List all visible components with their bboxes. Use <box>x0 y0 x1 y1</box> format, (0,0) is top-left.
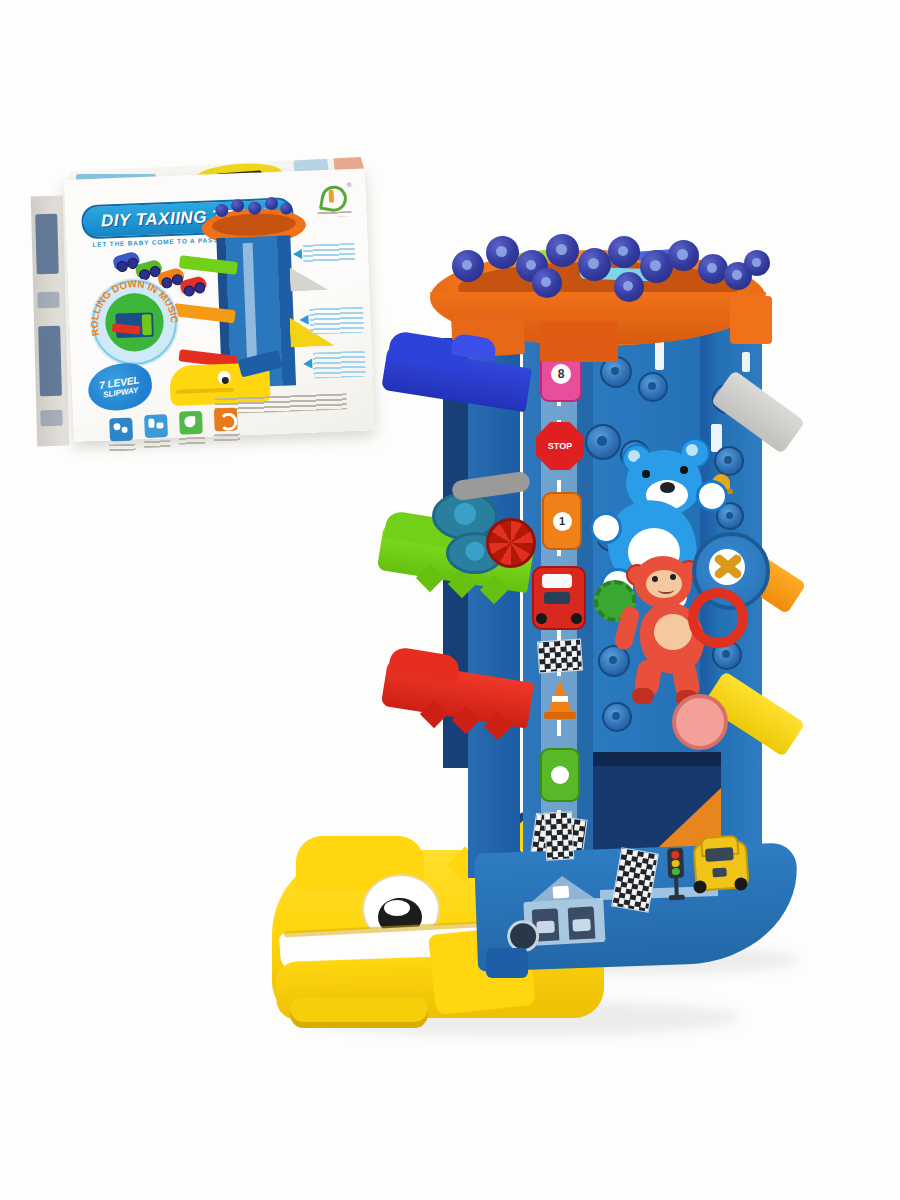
box-front-panel: ® DIY TAXIING TRACK LET THE BABY COME TO… <box>64 168 375 441</box>
checkered-flag-sticker-1 <box>537 639 583 674</box>
race-car-number-1: 1 <box>553 512 572 531</box>
traffic-light-sticker <box>663 848 689 901</box>
product-photo: ® DIY TAXIING TRACK LET THE BABY COME TO… <box>0 0 900 1200</box>
eco-safe-feature-icon <box>179 411 203 435</box>
checkered-strip-sticker <box>544 811 574 860</box>
race-car-number-8: 8 <box>551 364 571 384</box>
stop-sign-sticker: STOP <box>536 422 584 470</box>
red-car-sticker <box>532 566 586 630</box>
traffic-cone-sticker <box>542 680 578 720</box>
box-left-panel <box>31 196 70 447</box>
blocks-feature-icon <box>144 414 168 438</box>
garage-sticker <box>522 874 606 954</box>
salmon-disc <box>672 694 728 750</box>
orange-race-car-sticker: 1 <box>542 492 582 550</box>
duck-foot <box>290 998 428 1028</box>
red-ring-handle <box>688 588 748 648</box>
green-race-car-sticker <box>540 748 580 802</box>
music-feature-icon <box>109 418 133 442</box>
stop-sign-text: STOP <box>548 441 572 451</box>
spiral-track-feature-icon <box>214 408 238 432</box>
taxi-sticker <box>688 832 750 896</box>
rolling-music-badge: ROLLING DOWN IN MUSIC <box>86 274 184 372</box>
base-foot <box>486 948 528 978</box>
red-turbine-wheel <box>486 518 536 568</box>
